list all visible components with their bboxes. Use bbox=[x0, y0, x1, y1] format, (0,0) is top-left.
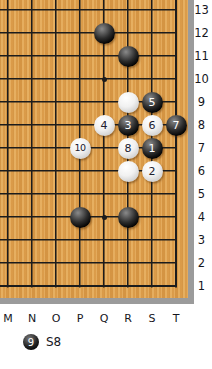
intersection-S6: 2 bbox=[140, 160, 164, 183]
caption: 9 S8 bbox=[23, 334, 61, 350]
intersection-R4 bbox=[116, 206, 140, 229]
white-stone-S6-move-2: 2 bbox=[142, 161, 163, 182]
move-number: 4 bbox=[101, 120, 108, 131]
intersection-R2 bbox=[116, 252, 140, 275]
black-stone-R8-move-3: 3 bbox=[118, 115, 139, 136]
intersection-Q6 bbox=[92, 160, 116, 183]
intersection-R5 bbox=[116, 183, 140, 206]
intersection-Q12 bbox=[92, 22, 116, 45]
intersection-T3 bbox=[164, 229, 188, 252]
black-stone-S9-move-5: 5 bbox=[142, 92, 163, 113]
intersection-T11 bbox=[164, 45, 188, 68]
intersection-Q1 bbox=[92, 275, 116, 298]
intersection-P3 bbox=[68, 229, 92, 252]
intersection-O1 bbox=[44, 275, 68, 298]
intersection-O5 bbox=[44, 183, 68, 206]
intersection-O3 bbox=[44, 229, 68, 252]
move-number: 8 bbox=[125, 143, 132, 154]
intersection-T5 bbox=[164, 183, 188, 206]
intersection-R10 bbox=[116, 68, 140, 91]
column-label-P: P bbox=[68, 312, 92, 325]
go-board: 5436710812 bbox=[0, 0, 188, 298]
move-number: 3 bbox=[125, 120, 132, 131]
intersection-P7: 10 bbox=[68, 137, 92, 160]
intersection-Q5 bbox=[92, 183, 116, 206]
intersection-N7 bbox=[20, 137, 44, 160]
row-label-2: 2 bbox=[192, 252, 211, 275]
intersection-N1 bbox=[20, 275, 44, 298]
row-label-7: 7 bbox=[192, 137, 211, 160]
intersection-P5 bbox=[68, 183, 92, 206]
intersection-R7: 8 bbox=[116, 137, 140, 160]
intersection-Q9 bbox=[92, 91, 116, 114]
white-stone-Q8-move-4: 4 bbox=[94, 115, 115, 136]
intersection-M9 bbox=[0, 91, 20, 114]
row-label-1: 1 bbox=[192, 275, 211, 298]
intersection-R1 bbox=[116, 275, 140, 298]
column-label-N: N bbox=[20, 312, 44, 325]
intersection-Q11 bbox=[92, 45, 116, 68]
board-shadow-bottom bbox=[0, 298, 194, 304]
intersection-T4 bbox=[164, 206, 188, 229]
intersection-T10 bbox=[164, 68, 188, 91]
intersection-R9 bbox=[116, 91, 140, 114]
intersection-Q13 bbox=[92, 0, 116, 22]
intersection-Q3 bbox=[92, 229, 116, 252]
intersection-Q8: 4 bbox=[92, 114, 116, 137]
row-label-9: 9 bbox=[192, 91, 211, 114]
row-label-5: 5 bbox=[192, 183, 211, 206]
column-label-R: R bbox=[116, 312, 140, 325]
intersection-N3 bbox=[20, 229, 44, 252]
intersection-P10 bbox=[68, 68, 92, 91]
intersection-P2 bbox=[68, 252, 92, 275]
intersection-S3 bbox=[140, 229, 164, 252]
black-stone-T8-move-7: 7 bbox=[166, 115, 187, 136]
intersection-Q7 bbox=[92, 137, 116, 160]
intersection-S9: 5 bbox=[140, 91, 164, 114]
move-number: 10 bbox=[74, 143, 85, 153]
black-stone-S7-move-1: 1 bbox=[142, 138, 163, 159]
intersection-R13 bbox=[116, 0, 140, 22]
move-number: 5 bbox=[149, 97, 156, 108]
intersection-P8 bbox=[68, 114, 92, 137]
row-label-13: 13 bbox=[192, 0, 211, 22]
column-label-O: O bbox=[44, 312, 68, 325]
intersection-O13 bbox=[44, 0, 68, 22]
move-number: 7 bbox=[173, 120, 180, 131]
column-label-M: M bbox=[0, 312, 20, 325]
intersection-S11 bbox=[140, 45, 164, 68]
row-label-11: 11 bbox=[192, 45, 211, 68]
intersection-T8: 7 bbox=[164, 114, 188, 137]
intersection-O12 bbox=[44, 22, 68, 45]
intersection-Q2 bbox=[92, 252, 116, 275]
move-number: 2 bbox=[149, 166, 156, 177]
row-label-10: 10 bbox=[192, 68, 211, 91]
intersection-P13 bbox=[68, 0, 92, 22]
column-label-S: S bbox=[140, 312, 164, 325]
black-stone-R11 bbox=[118, 46, 139, 67]
intersection-S8: 6 bbox=[140, 114, 164, 137]
intersection-P1 bbox=[68, 275, 92, 298]
intersection-S13 bbox=[140, 0, 164, 22]
intersection-S1 bbox=[140, 275, 164, 298]
caption-move-coordinate: S8 bbox=[46, 335, 61, 349]
go-diagram: 5436710812 MNOPQRST 13121110987654321 9 … bbox=[0, 0, 212, 369]
intersection-T2 bbox=[164, 252, 188, 275]
row-label-12: 12 bbox=[192, 22, 211, 45]
intersection-T1 bbox=[164, 275, 188, 298]
intersection-M11 bbox=[0, 45, 20, 68]
board-grid: 5436710812 bbox=[0, 0, 188, 298]
intersection-Q4 bbox=[92, 206, 116, 229]
intersection-P9 bbox=[68, 91, 92, 114]
intersection-S10 bbox=[140, 68, 164, 91]
intersection-T12 bbox=[164, 22, 188, 45]
black-stone-Q12 bbox=[94, 23, 115, 44]
intersection-P4 bbox=[68, 206, 92, 229]
intersection-O6 bbox=[44, 160, 68, 183]
intersection-N11 bbox=[20, 45, 44, 68]
intersection-R6 bbox=[116, 160, 140, 183]
intersection-N4 bbox=[20, 206, 44, 229]
intersection-M7 bbox=[0, 137, 20, 160]
column-label-Q: Q bbox=[92, 312, 116, 325]
intersection-S4 bbox=[140, 206, 164, 229]
intersection-R12 bbox=[116, 22, 140, 45]
intersection-S5 bbox=[140, 183, 164, 206]
intersection-M5 bbox=[0, 183, 20, 206]
intersection-O7 bbox=[44, 137, 68, 160]
caption-move-stone: 9 bbox=[23, 334, 39, 350]
intersection-M2 bbox=[0, 252, 20, 275]
intersection-O2 bbox=[44, 252, 68, 275]
intersection-S7: 1 bbox=[140, 137, 164, 160]
row-labels: 13121110987654321 bbox=[192, 0, 211, 298]
intersection-M10 bbox=[0, 68, 20, 91]
row-label-4: 4 bbox=[192, 206, 211, 229]
row-label-3: 3 bbox=[192, 229, 211, 252]
intersection-O9 bbox=[44, 91, 68, 114]
intersection-M6 bbox=[0, 160, 20, 183]
intersection-Q10 bbox=[92, 68, 116, 91]
intersection-T13 bbox=[164, 0, 188, 22]
intersection-M8 bbox=[0, 114, 20, 137]
intersection-M3 bbox=[0, 229, 20, 252]
column-label-T: T bbox=[164, 312, 188, 325]
black-stone-R4 bbox=[118, 207, 139, 228]
intersection-M13 bbox=[0, 0, 20, 22]
intersection-M12 bbox=[0, 22, 20, 45]
move-number: 6 bbox=[149, 120, 156, 131]
intersection-N2 bbox=[20, 252, 44, 275]
white-stone-R6 bbox=[118, 161, 139, 182]
intersection-T9 bbox=[164, 91, 188, 114]
intersection-R8: 3 bbox=[116, 114, 140, 137]
intersection-T7 bbox=[164, 137, 188, 160]
intersection-N5 bbox=[20, 183, 44, 206]
intersection-N10 bbox=[20, 68, 44, 91]
intersection-O10 bbox=[44, 68, 68, 91]
intersection-N9 bbox=[20, 91, 44, 114]
row-label-8: 8 bbox=[192, 114, 211, 137]
black-stone-P4 bbox=[70, 207, 91, 228]
intersection-N8 bbox=[20, 114, 44, 137]
intersection-O4 bbox=[44, 206, 68, 229]
intersection-S2 bbox=[140, 252, 164, 275]
white-stone-S8-move-6: 6 bbox=[142, 115, 163, 136]
intersection-R11 bbox=[116, 45, 140, 68]
white-stone-R9 bbox=[118, 92, 139, 113]
intersection-N6 bbox=[20, 160, 44, 183]
intersection-M1 bbox=[0, 275, 20, 298]
intersection-T6 bbox=[164, 160, 188, 183]
row-label-6: 6 bbox=[192, 160, 211, 183]
intersection-O11 bbox=[44, 45, 68, 68]
intersection-O8 bbox=[44, 114, 68, 137]
caption-move-number: 9 bbox=[28, 337, 34, 348]
intersection-M4 bbox=[0, 206, 20, 229]
intersection-R3 bbox=[116, 229, 140, 252]
intersection-P11 bbox=[68, 45, 92, 68]
move-number: 1 bbox=[149, 143, 156, 154]
intersection-N13 bbox=[20, 0, 44, 22]
white-stone-P7-move-10: 10 bbox=[70, 138, 91, 159]
intersection-P12 bbox=[68, 22, 92, 45]
intersection-N12 bbox=[20, 22, 44, 45]
intersection-S12 bbox=[140, 22, 164, 45]
white-stone-R7-move-8: 8 bbox=[118, 138, 139, 159]
intersection-P6 bbox=[68, 160, 92, 183]
column-labels: MNOPQRST bbox=[0, 312, 188, 325]
